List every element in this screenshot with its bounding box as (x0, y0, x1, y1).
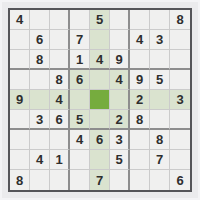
cell-r2c5[interactable] (90, 30, 110, 50)
cell-r8c8[interactable]: 7 (150, 150, 170, 170)
cell-r5c7[interactable]: 2 (130, 90, 150, 110)
cell-r5c3[interactable]: 4 (50, 90, 70, 110)
cell-r9c9[interactable]: 6 (170, 170, 190, 190)
cell-r2c1[interactable] (10, 30, 30, 50)
cell-r8c5[interactable] (90, 150, 110, 170)
cell-r9c3[interactable] (50, 170, 70, 190)
page-background: 458674381498649594233652846384157876 (0, 0, 200, 200)
cell-r5c1[interactable]: 9 (10, 90, 30, 110)
cell-r5c2[interactable] (30, 90, 50, 110)
cell-r6c6[interactable]: 2 (110, 110, 130, 130)
cell-r4c4[interactable]: 6 (70, 70, 90, 90)
cell-r7c2[interactable] (30, 130, 50, 150)
cell-r3c6[interactable]: 9 (110, 50, 130, 70)
cell-r6c3[interactable]: 6 (50, 110, 70, 130)
cell-r7c7[interactable] (130, 130, 150, 150)
cell-r9c4[interactable] (70, 170, 90, 190)
cell-r9c1[interactable]: 8 (10, 170, 30, 190)
cell-r6c1[interactable] (10, 110, 30, 130)
cell-r3c4[interactable]: 1 (70, 50, 90, 70)
cell-r8c6[interactable]: 5 (110, 150, 130, 170)
cell-r3c8[interactable] (150, 50, 170, 70)
cell-r7c8[interactable]: 8 (150, 130, 170, 150)
cell-r6c5[interactable] (90, 110, 110, 130)
cell-r6c9[interactable] (170, 110, 190, 130)
cell-r7c1[interactable] (10, 130, 30, 150)
cell-r7c5[interactable]: 6 (90, 130, 110, 150)
cell-r2c8[interactable]: 3 (150, 30, 170, 50)
cell-r8c3[interactable]: 1 (50, 150, 70, 170)
cell-r4c2[interactable] (30, 70, 50, 90)
cell-r9c6[interactable] (110, 170, 130, 190)
cell-r4c3[interactable]: 8 (50, 70, 70, 90)
cell-r7c3[interactable] (50, 130, 70, 150)
cell-r5c6[interactable] (110, 90, 130, 110)
cell-r6c4[interactable]: 5 (70, 110, 90, 130)
cell-r1c1[interactable]: 4 (10, 10, 30, 30)
cell-r5c4[interactable] (70, 90, 90, 110)
cell-r4c5[interactable] (90, 70, 110, 90)
cell-r5c5[interactable] (90, 90, 110, 110)
cell-r5c9[interactable]: 3 (170, 90, 190, 110)
cell-r1c2[interactable] (30, 10, 50, 30)
cell-r9c7[interactable] (130, 170, 150, 190)
cell-r2c4[interactable]: 7 (70, 30, 90, 50)
cell-r8c2[interactable]: 4 (30, 150, 50, 170)
cell-r1c3[interactable] (50, 10, 70, 30)
cell-r7c4[interactable]: 4 (70, 130, 90, 150)
cell-r6c2[interactable]: 3 (30, 110, 50, 130)
cell-r4c8[interactable]: 5 (150, 70, 170, 90)
cell-r8c9[interactable] (170, 150, 190, 170)
cell-r7c9[interactable] (170, 130, 190, 150)
cell-r1c7[interactable] (130, 10, 150, 30)
cell-r8c1[interactable] (10, 150, 30, 170)
cell-r2c9[interactable] (170, 30, 190, 50)
cell-r3c7[interactable] (130, 50, 150, 70)
cell-r1c5[interactable]: 5 (90, 10, 110, 30)
cell-r3c3[interactable] (50, 50, 70, 70)
cell-r8c4[interactable] (70, 150, 90, 170)
cell-r1c4[interactable] (70, 10, 90, 30)
cell-r4c7[interactable]: 9 (130, 70, 150, 90)
cell-r3c5[interactable]: 4 (90, 50, 110, 70)
cell-r4c1[interactable] (10, 70, 30, 90)
cell-r9c8[interactable] (150, 170, 170, 190)
cell-r6c8[interactable] (150, 110, 170, 130)
cell-r1c9[interactable]: 8 (170, 10, 190, 30)
cell-r3c2[interactable]: 8 (30, 50, 50, 70)
cell-r6c7[interactable]: 8 (130, 110, 150, 130)
cell-r3c9[interactable] (170, 50, 190, 70)
cell-r2c6[interactable] (110, 30, 130, 50)
cell-r1c6[interactable] (110, 10, 130, 30)
cell-r3c1[interactable] (10, 50, 30, 70)
cell-r9c2[interactable] (30, 170, 50, 190)
cell-r2c2[interactable]: 6 (30, 30, 50, 50)
cell-r4c6[interactable]: 4 (110, 70, 130, 90)
cell-r2c3[interactable] (50, 30, 70, 50)
sudoku-board: 458674381498649594233652846384157876 (8, 8, 192, 192)
cell-r5c8[interactable] (150, 90, 170, 110)
cell-r9c5[interactable]: 7 (90, 170, 110, 190)
cell-r8c7[interactable] (130, 150, 150, 170)
cell-r2c7[interactable]: 4 (130, 30, 150, 50)
cell-r7c6[interactable]: 3 (110, 130, 130, 150)
cell-r1c8[interactable] (150, 10, 170, 30)
cell-r4c9[interactable] (170, 70, 190, 90)
